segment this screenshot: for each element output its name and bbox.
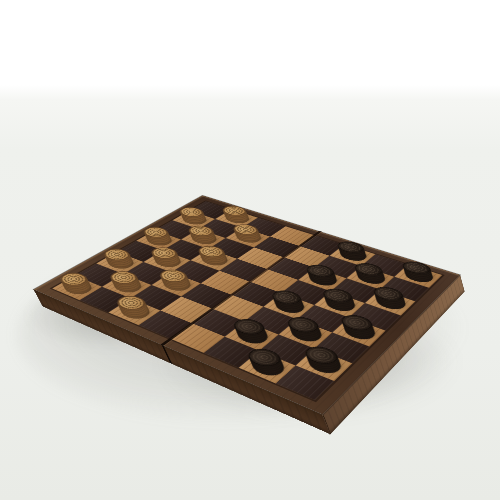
light-man[interactable] xyxy=(158,275,195,293)
square-r7c1[interactable] xyxy=(239,351,296,384)
product-photo-stage xyxy=(0,0,500,500)
dark-man[interactable] xyxy=(401,267,436,284)
square-r7c5[interactable] xyxy=(315,291,366,317)
dark-man[interactable] xyxy=(372,293,409,312)
dark-man[interactable] xyxy=(232,325,272,347)
square-r6c6[interactable] xyxy=(298,268,346,292)
